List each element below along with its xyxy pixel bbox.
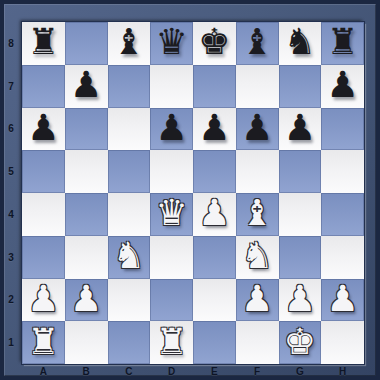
black-pawn-b7: ♟ bbox=[70, 67, 102, 103]
square-d2[interactable] bbox=[150, 279, 193, 322]
black-bishop-c8: ♝ bbox=[113, 24, 145, 60]
square-f2[interactable]: ♟ bbox=[236, 279, 279, 322]
rank-label-1: 1 bbox=[2, 321, 20, 364]
square-h1[interactable] bbox=[321, 321, 364, 364]
file-label-c: C bbox=[108, 364, 151, 379]
square-d3[interactable] bbox=[150, 236, 193, 279]
square-h6[interactable] bbox=[321, 108, 364, 151]
square-c1[interactable] bbox=[108, 321, 151, 364]
square-b3[interactable] bbox=[65, 236, 108, 279]
chessboard: ♜♝♛♚♝♞♜♟♟♟♟♟♟♟♛♟♝♞♞♟♟♟♟♟♜♜♚ bbox=[22, 22, 364, 364]
white-pawn-h2: ♟ bbox=[326, 281, 358, 317]
white-rook-a1: ♜ bbox=[27, 324, 59, 360]
white-pawn-g2: ♟ bbox=[284, 281, 316, 317]
white-pawn-e4: ♟ bbox=[198, 195, 230, 231]
black-pawn-g6: ♟ bbox=[284, 110, 316, 146]
file-label-b: B bbox=[65, 364, 108, 379]
square-g3[interactable] bbox=[279, 236, 322, 279]
file-label-a: A bbox=[22, 364, 65, 379]
square-h8[interactable]: ♜ bbox=[321, 22, 364, 65]
black-king-e8: ♚ bbox=[198, 24, 230, 60]
white-rook-d1: ♜ bbox=[155, 324, 187, 360]
white-knight-c3: ♞ bbox=[113, 238, 145, 274]
square-g5[interactable] bbox=[279, 150, 322, 193]
black-pawn-f6: ♟ bbox=[241, 110, 273, 146]
square-f6[interactable]: ♟ bbox=[236, 108, 279, 151]
square-f1[interactable] bbox=[236, 321, 279, 364]
white-pawn-a2: ♟ bbox=[27, 281, 59, 317]
rank-label-6: 6 bbox=[2, 108, 20, 151]
square-e1[interactable] bbox=[193, 321, 236, 364]
square-e5[interactable] bbox=[193, 150, 236, 193]
square-d6[interactable]: ♟ bbox=[150, 108, 193, 151]
square-h2[interactable]: ♟ bbox=[321, 279, 364, 322]
square-c2[interactable] bbox=[108, 279, 151, 322]
square-a3[interactable] bbox=[22, 236, 65, 279]
white-queen-d4: ♛ bbox=[155, 195, 187, 231]
white-pawn-f2: ♟ bbox=[241, 281, 273, 317]
black-pawn-d6: ♟ bbox=[155, 110, 187, 146]
square-f5[interactable] bbox=[236, 150, 279, 193]
square-b4[interactable] bbox=[65, 193, 108, 236]
square-c8[interactable]: ♝ bbox=[108, 22, 151, 65]
square-c5[interactable] bbox=[108, 150, 151, 193]
file-label-d: D bbox=[150, 364, 193, 379]
square-f4[interactable]: ♝ bbox=[236, 193, 279, 236]
black-pawn-e6: ♟ bbox=[198, 110, 230, 146]
square-a8[interactable]: ♜ bbox=[22, 22, 65, 65]
square-a4[interactable] bbox=[22, 193, 65, 236]
black-bishop-f8: ♝ bbox=[241, 24, 273, 60]
white-knight-f3: ♞ bbox=[241, 238, 273, 274]
square-a6[interactable]: ♟ bbox=[22, 108, 65, 151]
square-e4[interactable]: ♟ bbox=[193, 193, 236, 236]
square-d4[interactable]: ♛ bbox=[150, 193, 193, 236]
square-b6[interactable] bbox=[65, 108, 108, 151]
square-c3[interactable]: ♞ bbox=[108, 236, 151, 279]
chess-diagram: ♜♝♛♚♝♞♜♟♟♟♟♟♟♟♛♟♝♞♞♟♟♟♟♟♜♜♚ 87654321 ABC… bbox=[0, 0, 380, 380]
square-a1[interactable]: ♜ bbox=[22, 321, 65, 364]
black-pawn-h7: ♟ bbox=[326, 67, 358, 103]
square-c4[interactable] bbox=[108, 193, 151, 236]
square-b5[interactable] bbox=[65, 150, 108, 193]
square-b1[interactable] bbox=[65, 321, 108, 364]
square-d1[interactable]: ♜ bbox=[150, 321, 193, 364]
square-e2[interactable] bbox=[193, 279, 236, 322]
square-g6[interactable]: ♟ bbox=[279, 108, 322, 151]
square-g1[interactable]: ♚ bbox=[279, 321, 322, 364]
square-g2[interactable]: ♟ bbox=[279, 279, 322, 322]
square-c7[interactable] bbox=[108, 65, 151, 108]
square-e7[interactable] bbox=[193, 65, 236, 108]
square-h7[interactable]: ♟ bbox=[321, 65, 364, 108]
file-label-h: H bbox=[321, 364, 364, 379]
black-rook-a8: ♜ bbox=[27, 24, 59, 60]
square-d8[interactable]: ♛ bbox=[150, 22, 193, 65]
square-h5[interactable] bbox=[321, 150, 364, 193]
rank-label-2: 2 bbox=[2, 279, 20, 322]
square-h3[interactable] bbox=[321, 236, 364, 279]
white-pawn-b2: ♟ bbox=[70, 281, 102, 317]
square-g4[interactable] bbox=[279, 193, 322, 236]
white-king-g1: ♚ bbox=[284, 324, 316, 360]
square-g8[interactable]: ♞ bbox=[279, 22, 322, 65]
file-label-f: F bbox=[236, 364, 279, 379]
square-b8[interactable] bbox=[65, 22, 108, 65]
rank-label-5: 5 bbox=[2, 150, 20, 193]
rank-label-3: 3 bbox=[2, 236, 20, 279]
square-f7[interactable] bbox=[236, 65, 279, 108]
square-a5[interactable] bbox=[22, 150, 65, 193]
white-bishop-f4: ♝ bbox=[241, 195, 273, 231]
rank-label-4: 4 bbox=[2, 193, 20, 236]
square-f8[interactable]: ♝ bbox=[236, 22, 279, 65]
black-queen-d8: ♛ bbox=[155, 24, 187, 60]
black-pawn-a6: ♟ bbox=[27, 110, 59, 146]
file-label-e: E bbox=[193, 364, 236, 379]
square-b2[interactable]: ♟ bbox=[65, 279, 108, 322]
rank-label-8: 8 bbox=[2, 22, 20, 65]
square-h4[interactable] bbox=[321, 193, 364, 236]
square-c6[interactable] bbox=[108, 108, 151, 151]
square-e8[interactable]: ♚ bbox=[193, 22, 236, 65]
square-e3[interactable] bbox=[193, 236, 236, 279]
square-g7[interactable] bbox=[279, 65, 322, 108]
rank-label-7: 7 bbox=[2, 65, 20, 108]
black-knight-g8: ♞ bbox=[284, 24, 316, 60]
square-e6[interactable]: ♟ bbox=[193, 108, 236, 151]
square-a2[interactable]: ♟ bbox=[22, 279, 65, 322]
square-d5[interactable] bbox=[150, 150, 193, 193]
square-a7[interactable] bbox=[22, 65, 65, 108]
square-b7[interactable]: ♟ bbox=[65, 65, 108, 108]
file-label-g: G bbox=[279, 364, 322, 379]
square-f3[interactable]: ♞ bbox=[236, 236, 279, 279]
square-d7[interactable] bbox=[150, 65, 193, 108]
black-rook-h8: ♜ bbox=[326, 24, 358, 60]
